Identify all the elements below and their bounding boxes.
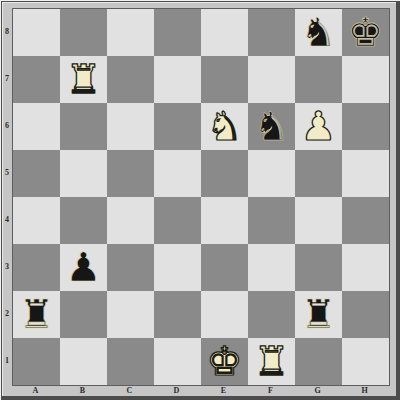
rank-label-4: 4 — [2, 196, 12, 243]
square-h6[interactable] — [342, 103, 389, 150]
file-label-f: F — [247, 385, 294, 397]
square-h7[interactable] — [342, 56, 389, 103]
file-label-e: E — [200, 385, 247, 397]
white-pawn[interactable]: ♟ — [295, 103, 342, 150]
square-b3[interactable]: ♟ — [60, 244, 107, 291]
square-h3[interactable] — [342, 244, 389, 291]
square-d2[interactable] — [154, 291, 201, 338]
square-e4[interactable] — [201, 197, 248, 244]
square-e8[interactable] — [201, 9, 248, 56]
square-e5[interactable] — [201, 150, 248, 197]
square-g4[interactable] — [295, 197, 342, 244]
rank-label-1: 1 — [2, 337, 12, 384]
square-f2[interactable] — [248, 291, 295, 338]
white-rook[interactable]: ♜ — [60, 56, 107, 103]
square-d5[interactable] — [154, 150, 201, 197]
rank-label-5: 5 — [2, 149, 12, 196]
square-a5[interactable] — [13, 150, 60, 197]
black-king[interactable]: ♚ — [342, 9, 389, 56]
square-f5[interactable] — [248, 150, 295, 197]
square-a4[interactable] — [13, 197, 60, 244]
square-c8[interactable] — [107, 9, 154, 56]
square-c3[interactable] — [107, 244, 154, 291]
file-label-c: C — [106, 385, 153, 397]
square-c1[interactable] — [107, 338, 154, 385]
square-f7[interactable] — [248, 56, 295, 103]
square-e2[interactable] — [201, 291, 248, 338]
square-c6[interactable] — [107, 103, 154, 150]
square-f1[interactable]: ♜ — [248, 338, 295, 385]
square-a8[interactable] — [13, 9, 60, 56]
file-label-d: D — [153, 385, 200, 397]
square-g5[interactable] — [295, 150, 342, 197]
white-king[interactable]: ♚ — [201, 338, 248, 385]
square-b4[interactable] — [60, 197, 107, 244]
rank-label-7: 7 — [2, 55, 12, 102]
square-b7[interactable]: ♜ — [60, 56, 107, 103]
square-b6[interactable] — [60, 103, 107, 150]
square-g7[interactable] — [295, 56, 342, 103]
file-label-b: B — [59, 385, 106, 397]
square-c7[interactable] — [107, 56, 154, 103]
rank-label-2: 2 — [2, 290, 12, 337]
square-h2[interactable] — [342, 291, 389, 338]
square-e3[interactable] — [201, 244, 248, 291]
square-e7[interactable] — [201, 56, 248, 103]
square-d4[interactable] — [154, 197, 201, 244]
square-f6[interactable]: ♞ — [248, 103, 295, 150]
square-b1[interactable] — [60, 338, 107, 385]
square-a6[interactable] — [13, 103, 60, 150]
square-d3[interactable] — [154, 244, 201, 291]
chess-board[interactable]: ♞♚♜♞♞♟♟♜♜♚♜ — [12, 8, 390, 386]
square-b5[interactable] — [60, 150, 107, 197]
square-a3[interactable] — [13, 244, 60, 291]
square-d1[interactable] — [154, 338, 201, 385]
square-e6[interactable]: ♞ — [201, 103, 248, 150]
square-g8[interactable]: ♞ — [295, 9, 342, 56]
square-f3[interactable] — [248, 244, 295, 291]
white-knight[interactable]: ♞ — [201, 103, 248, 150]
rank-label-8: 8 — [2, 8, 12, 55]
square-c5[interactable] — [107, 150, 154, 197]
square-h8[interactable]: ♚ — [342, 9, 389, 56]
file-label-h: H — [341, 385, 388, 397]
square-a7[interactable] — [13, 56, 60, 103]
square-d6[interactable] — [154, 103, 201, 150]
black-rook[interactable]: ♜ — [295, 291, 342, 338]
square-g6[interactable]: ♟ — [295, 103, 342, 150]
black-knight[interactable]: ♞ — [295, 9, 342, 56]
square-b8[interactable] — [60, 9, 107, 56]
square-f4[interactable] — [248, 197, 295, 244]
file-labels: ABCDEFGH — [12, 385, 388, 397]
rank-labels: 87654321 — [2, 8, 12, 384]
square-a2[interactable]: ♜ — [13, 291, 60, 338]
square-d7[interactable] — [154, 56, 201, 103]
square-f8[interactable] — [248, 9, 295, 56]
square-h5[interactable] — [342, 150, 389, 197]
square-a1[interactable] — [13, 338, 60, 385]
black-pawn[interactable]: ♟ — [60, 244, 107, 291]
square-h4[interactable] — [342, 197, 389, 244]
file-label-g: G — [294, 385, 341, 397]
square-c2[interactable] — [107, 291, 154, 338]
black-rook[interactable]: ♜ — [13, 291, 60, 338]
square-d8[interactable] — [154, 9, 201, 56]
square-h1[interactable] — [342, 338, 389, 385]
square-b2[interactable] — [60, 291, 107, 338]
square-c4[interactable] — [107, 197, 154, 244]
chess-board-widget: 87654321 ♞♚♜♞♞♟♟♜♜♚♜ ABCDEFGH — [0, 0, 400, 400]
square-g3[interactable] — [295, 244, 342, 291]
rank-label-3: 3 — [2, 243, 12, 290]
white-rook[interactable]: ♜ — [248, 338, 295, 385]
square-g2[interactable]: ♜ — [295, 291, 342, 338]
file-label-a: A — [12, 385, 59, 397]
square-g1[interactable] — [295, 338, 342, 385]
black-knight[interactable]: ♞ — [248, 103, 295, 150]
rank-label-6: 6 — [2, 102, 12, 149]
square-e1[interactable]: ♚ — [201, 338, 248, 385]
board-frame: 87654321 ♞♚♜♞♞♟♟♜♜♚♜ ABCDEFGH — [2, 2, 396, 396]
